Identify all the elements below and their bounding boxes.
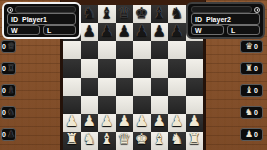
- black-rook-icon: ♜: [7, 64, 15, 73]
- square-f2[interactable]: ♟: [151, 114, 169, 132]
- black-queen-icon: ♛: [7, 42, 15, 51]
- captured-counter-black-pawn: 0♟: [1, 128, 16, 141]
- square-h1[interactable]: ♜: [186, 132, 204, 150]
- chess-app: ♜♞♝♛♚♝♞♜♟♟♟♟♟♟♟♟♟♟♟♟♟♟♟♟♜♞♝♛♚♝♞♜ ID Play…: [0, 0, 267, 150]
- capture-count: 0: [254, 87, 258, 94]
- square-a3[interactable]: [63, 96, 81, 114]
- square-a4[interactable]: [63, 78, 81, 96]
- square-g4[interactable]: [168, 78, 186, 96]
- square-h3[interactable]: [186, 96, 204, 114]
- piece-white-pawn: ♟: [100, 114, 113, 129]
- square-c3[interactable]: [98, 96, 116, 114]
- clock-icon: [254, 7, 260, 13]
- square-b7[interactable]: ♟: [81, 23, 99, 41]
- square-d8[interactable]: ♛: [116, 5, 134, 23]
- square-h2[interactable]: ♟: [186, 114, 204, 132]
- white-bishop-icon: ♝: [245, 86, 253, 95]
- id-label: ID: [11, 16, 18, 23]
- capture-count: 0: [2, 43, 6, 50]
- square-h4[interactable]: [186, 78, 204, 96]
- square-c8[interactable]: ♝: [98, 5, 116, 23]
- square-a1[interactable]: ♜: [63, 132, 81, 150]
- square-f8[interactable]: ♝: [151, 5, 169, 23]
- capture-count: 0: [2, 109, 6, 116]
- player1-card: ID Player1 W L: [2, 2, 81, 39]
- square-b4[interactable]: [81, 78, 99, 96]
- player1-win-box: W: [7, 25, 40, 35]
- piece-black-queen: ♛: [118, 6, 131, 21]
- chess-board: ♜♞♝♛♚♝♞♜♟♟♟♟♟♟♟♟♟♟♟♟♟♟♟♟♜♞♝♛♚♝♞♜: [63, 5, 203, 150]
- piece-white-pawn: ♟: [170, 114, 183, 129]
- square-d3[interactable]: [116, 96, 134, 114]
- square-e1[interactable]: ♚: [133, 132, 151, 150]
- piece-white-rook: ♜: [65, 132, 78, 147]
- square-f5[interactable]: [151, 59, 169, 77]
- square-c2[interactable]: ♟: [98, 114, 116, 132]
- captured-counter-white-knight: ♞0: [240, 106, 263, 119]
- square-f1[interactable]: ♝: [151, 132, 169, 150]
- square-d1[interactable]: ♛: [116, 132, 134, 150]
- square-h5[interactable]: [186, 59, 204, 77]
- piece-black-pawn: ♟: [100, 24, 113, 39]
- square-c7[interactable]: ♟: [98, 23, 116, 41]
- piece-white-pawn: ♟: [118, 114, 131, 129]
- square-d7[interactable]: ♟: [116, 23, 134, 41]
- piece-white-pawn: ♟: [83, 114, 96, 129]
- white-pawn-icon: ♟: [245, 130, 253, 139]
- piece-black-pawn: ♟: [170, 24, 183, 39]
- captured-counter-black-rook: 0♜: [1, 62, 16, 75]
- piece-white-king: ♚: [135, 132, 148, 147]
- piece-white-pawn: ♟: [188, 114, 201, 129]
- player2-wl-row: W L: [191, 25, 260, 35]
- player1-timer-bar: [15, 6, 76, 13]
- capture-count: 0: [254, 43, 258, 50]
- square-d5[interactable]: [116, 59, 134, 77]
- capture-count: 0: [254, 65, 258, 72]
- captured-counter-white-queen: ♛0: [240, 40, 263, 53]
- square-e3[interactable]: [133, 96, 151, 114]
- captured-tray-black: 0♛0♜0♝0♞0♟: [1, 40, 16, 141]
- captured-counter-white-rook: ♜0: [240, 62, 263, 75]
- black-knight-icon: ♞: [7, 108, 15, 117]
- piece-white-pawn: ♟: [65, 114, 78, 129]
- square-h6[interactable]: [186, 41, 204, 59]
- piece-white-pawn: ♟: [135, 114, 148, 129]
- player2-timer-row: [191, 6, 260, 13]
- player1-name: Player1: [22, 16, 47, 23]
- captured-tray-white: ♛0♜0♝0♞0♟0: [240, 40, 263, 141]
- capture-count: 0: [254, 131, 258, 138]
- piece-black-pawn: ♟: [153, 24, 166, 39]
- piece-white-pawn: ♟: [153, 114, 166, 129]
- square-b1[interactable]: ♞: [81, 132, 99, 150]
- captured-counter-white-bishop: ♝0: [240, 84, 263, 97]
- square-g3[interactable]: [168, 96, 186, 114]
- capture-count: 0: [254, 109, 258, 116]
- white-knight-icon: ♞: [245, 108, 253, 117]
- square-d6[interactable]: [116, 41, 134, 59]
- square-c4[interactable]: [98, 78, 116, 96]
- square-c1[interactable]: ♝: [98, 132, 116, 150]
- player1-wl-row: W L: [7, 25, 76, 35]
- square-f7[interactable]: ♟: [151, 23, 169, 41]
- player2-card: ID Player2 W L: [186, 2, 265, 39]
- player1-loss-box: L: [43, 25, 76, 35]
- board-frame: ♜♞♝♛♚♝♞♜♟♟♟♟♟♟♟♟♟♟♟♟♟♟♟♟♜♞♝♛♚♝♞♜: [60, 0, 206, 150]
- captured-counter-white-pawn: ♟0: [240, 128, 263, 141]
- piece-black-bishop: ♝: [100, 6, 113, 21]
- id-label: ID: [195, 16, 202, 23]
- captured-counter-black-queen: 0♛: [1, 40, 16, 53]
- capture-count: 0: [2, 87, 6, 94]
- square-g2[interactable]: ♟: [168, 114, 186, 132]
- piece-white-rook: ♜: [188, 132, 201, 147]
- square-e5[interactable]: [133, 59, 151, 77]
- square-c5[interactable]: [98, 59, 116, 77]
- square-b3[interactable]: [81, 96, 99, 114]
- black-bishop-icon: ♝: [7, 86, 15, 95]
- square-d4[interactable]: [116, 78, 134, 96]
- piece-black-pawn: ♟: [135, 24, 148, 39]
- player2-loss-box: L: [227, 25, 260, 35]
- white-rook-icon: ♜: [245, 64, 253, 73]
- square-a5[interactable]: [63, 59, 81, 77]
- player2-win-box: W: [191, 25, 224, 35]
- square-g5[interactable]: [168, 59, 186, 77]
- captured-counter-black-knight: 0♞: [1, 106, 16, 119]
- square-e4[interactable]: [133, 78, 151, 96]
- piece-white-queen: ♛: [118, 132, 131, 147]
- square-e8[interactable]: ♚: [133, 5, 151, 23]
- player2-timer-bar: [191, 6, 252, 13]
- piece-white-knight: ♞: [170, 132, 183, 147]
- square-f3[interactable]: [151, 96, 169, 114]
- piece-black-king: ♚: [135, 6, 148, 21]
- piece-white-bishop: ♝: [153, 132, 166, 147]
- piece-black-knight: ♞: [170, 6, 183, 21]
- captured-counter-black-bishop: 0♝: [1, 84, 16, 97]
- player2-id-box: ID Player2: [191, 13, 260, 25]
- square-g6[interactable]: [168, 41, 186, 59]
- square-g1[interactable]: ♞: [168, 132, 186, 150]
- square-c6[interactable]: [98, 41, 116, 59]
- square-a6[interactable]: [63, 41, 81, 59]
- player1-timer-row: [7, 6, 76, 13]
- capture-count: 0: [2, 65, 6, 72]
- square-d2[interactable]: ♟: [116, 114, 134, 132]
- black-pawn-icon: ♟: [7, 130, 15, 139]
- player2-name: Player2: [206, 16, 231, 23]
- piece-white-knight: ♞: [83, 132, 96, 147]
- piece-black-knight: ♞: [83, 6, 96, 21]
- square-b8[interactable]: ♞: [81, 5, 99, 23]
- square-e2[interactable]: ♟: [133, 114, 151, 132]
- piece-black-bishop: ♝: [153, 6, 166, 21]
- capture-count: 0: [2, 131, 6, 138]
- square-e6[interactable]: [133, 41, 151, 59]
- square-b6[interactable]: [81, 41, 99, 59]
- player1-id-box: ID Player1: [7, 13, 76, 25]
- square-a2[interactable]: ♟: [63, 114, 81, 132]
- square-b5[interactable]: [81, 59, 99, 77]
- square-f6[interactable]: [151, 41, 169, 59]
- square-f4[interactable]: [151, 78, 169, 96]
- white-queen-icon: ♛: [245, 42, 253, 51]
- square-e7[interactable]: ♟: [133, 23, 151, 41]
- piece-white-bishop: ♝: [100, 132, 113, 147]
- clock-icon: [7, 7, 13, 13]
- square-b2[interactable]: ♟: [81, 114, 99, 132]
- square-g7[interactable]: ♟: [168, 23, 186, 41]
- piece-black-pawn: ♟: [118, 24, 131, 39]
- square-g8[interactable]: ♞: [168, 5, 186, 23]
- piece-black-pawn: ♟: [83, 24, 96, 39]
